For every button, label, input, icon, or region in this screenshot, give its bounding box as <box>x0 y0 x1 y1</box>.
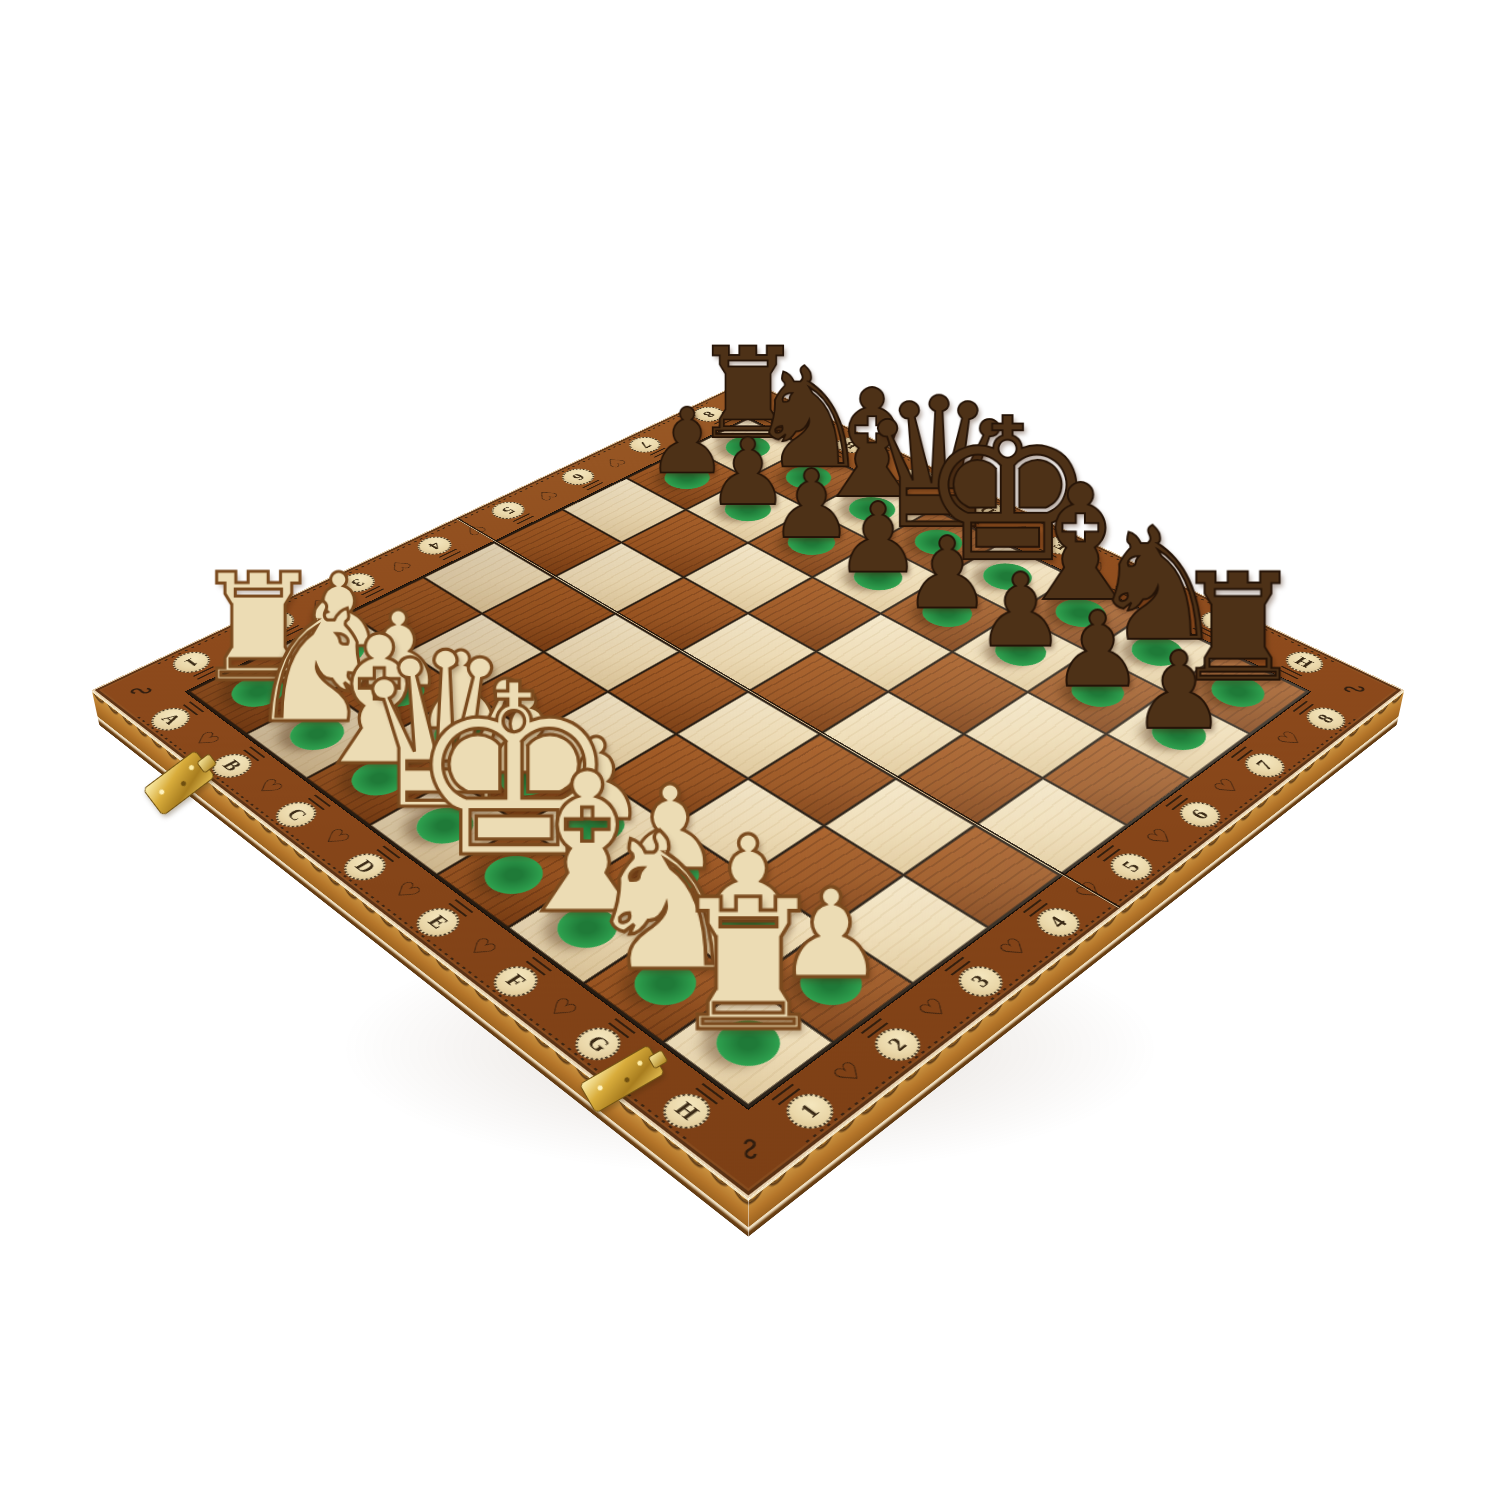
tick-dashes <box>183 701 204 715</box>
heart-scroll-ornament: ♡ <box>188 728 224 750</box>
heart-scroll-ornament: ♡ <box>317 825 355 849</box>
heart-scroll-ornament: ♡ <box>251 775 288 798</box>
coordinate-label-rank-6: 6 <box>567 471 588 482</box>
coordinate-label-rank-8: 8 <box>1311 711 1339 726</box>
coordinate-circle-rank-8: 8 <box>1299 703 1352 735</box>
corner-curl-ornament: ∾ <box>708 1119 789 1179</box>
tick-dashes <box>308 794 331 810</box>
heart-scroll-ornament: ♡ <box>531 487 561 503</box>
heart-scroll-ornament: ♡ <box>1272 728 1308 750</box>
heart-scroll-ornament: ♡ <box>1208 775 1245 798</box>
heart-scroll-ornament: ♡ <box>462 934 503 962</box>
label-unit-file-e: E <box>408 896 479 943</box>
heart-scroll-ornament: ♡ <box>600 455 630 470</box>
label-unit-file-a: A <box>144 698 208 735</box>
coordinate-circle-file-f: F <box>485 960 547 1003</box>
label-unit-rank-2: 2 <box>855 1014 930 1067</box>
heart-scroll-ornament: ♡ <box>913 994 955 1023</box>
photo-scene: ∾ ∾ ∾ ∾ A♡B♡C♡D♡E♡F♡G♡H A♡B♡C♡D♡E♡F♡G♡H … <box>0 0 1500 1500</box>
label-unit-rank-3: 3 <box>939 953 1012 1003</box>
corner-curl-ornament: ∾ <box>103 672 179 708</box>
label-unit-rank-8: 8 <box>1288 698 1352 735</box>
coordinate-label-rank-5: 5 <box>1116 857 1145 875</box>
coordinate-label-rank-5: 5 <box>497 504 518 516</box>
label-unit-rank-4: 4 <box>1017 896 1088 943</box>
piece-white-rook-h1[interactable]: ♜ <box>667 881 829 1053</box>
label-unit-rank-6: 6 <box>1161 791 1228 832</box>
coordinate-label-rank-2: 2 <box>882 1033 913 1055</box>
coordinate-label-file-c: C <box>281 805 313 824</box>
coordinate-circle-file-a: A <box>144 703 197 735</box>
coordinate-label-rank-6: 6 <box>1185 806 1214 823</box>
coordinate-label-file-a: A <box>156 710 186 727</box>
coordinate-circle-rank-7: 7 <box>1237 749 1292 783</box>
coordinate-label-file-b: B <box>217 757 247 775</box>
heart-scroll-ornament: ♡ <box>387 878 427 904</box>
label-unit-rank-5: 5 <box>1091 842 1160 886</box>
coordinate-label-rank-4: 4 <box>424 539 446 551</box>
tick-dashes <box>1292 701 1313 715</box>
coordinate-label-file-f: F <box>500 970 532 992</box>
corner-curl-ornament: ∾ <box>1317 672 1393 708</box>
coordinate-label-rank-4: 4 <box>1043 912 1073 931</box>
coordinate-label-file-d: D <box>349 856 382 877</box>
label-unit-rank-7: 7 <box>1226 743 1291 782</box>
piece-black-pawn-h7[interactable]: ♟ <box>1131 641 1227 743</box>
coordinate-circle-rank-3: 3 <box>949 960 1011 1003</box>
coordinate-label-rank-1: 1 <box>793 1099 825 1123</box>
heart-scroll-ornament: ♡ <box>541 994 583 1023</box>
coordinate-label-rank-7: 7 <box>1250 757 1278 773</box>
heart-scroll-ornament: ♡ <box>994 934 1035 962</box>
coordinate-label-file-g: G <box>581 1031 617 1057</box>
heart-scroll-ornament: ♡ <box>1141 825 1179 849</box>
heart-scroll-ornament: ♡ <box>827 1057 870 1088</box>
label-unit-file-c: C <box>269 791 336 832</box>
label-unit-file-d: D <box>336 842 405 886</box>
coordinate-label-file-e: E <box>422 911 455 932</box>
coordinate-label-rank-3: 3 <box>965 971 996 992</box>
coordinate-label-file-h: H <box>668 1097 705 1124</box>
